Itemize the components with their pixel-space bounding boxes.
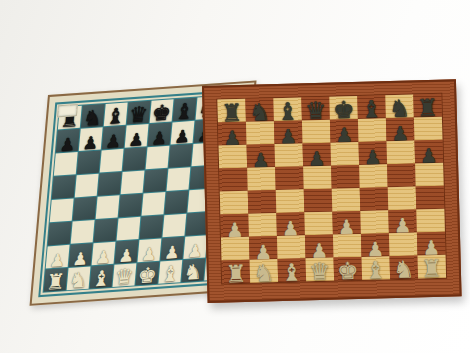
square-e4 [142,192,166,216]
square-e2 [333,234,362,258]
square-b4 [73,197,97,221]
square-b1: ♞ [250,259,279,283]
square-e8: ♚ [329,96,358,120]
square-a4 [220,191,249,215]
square-h7 [414,117,443,141]
square-h4 [416,186,445,210]
square-d4 [119,194,143,218]
square-c5 [275,166,304,190]
white-knight: ♞ [66,269,90,292]
square-f6 [169,144,193,168]
square-e7: ♟ [148,122,172,146]
square-f1: ♝ [158,260,182,284]
square-d1: ♛ [113,263,137,287]
square-d1: ♛ [306,258,335,282]
square-d6: ♟ [303,143,332,167]
square-c3 [94,218,118,242]
square-d2: ♟ [305,235,334,259]
square-d7 [302,120,331,144]
square-g1: ♞ [390,255,419,279]
square-f4 [360,187,389,211]
square-f1: ♝ [362,256,391,280]
square-f5 [167,167,191,191]
square-g2: ♟ [183,235,207,259]
square-d4 [304,189,333,213]
square-d8: ♛ [127,101,151,125]
square-d2: ♟ [115,240,139,264]
square-b2: ♟ [249,236,278,260]
square-b3 [71,220,95,244]
square-b4 [248,190,277,214]
square-g5 [387,163,416,187]
square-e1: ♚ [135,262,159,286]
square-g6 [387,140,416,164]
square-e3 [140,215,164,239]
square-e6 [331,142,360,166]
square-f4 [164,190,188,214]
square-f7 [358,118,387,142]
square-b7 [246,121,275,145]
square-d6 [123,147,147,171]
square-h3 [416,209,445,233]
square-a1: ♜ [222,260,251,284]
wooden-board-frame: ♜♞♝♛♚♝♞♜♟♟♟♟♟♟♟♟♟♟♟♟♟♟♟♟♜♞♝♛♚♝♞♜ [202,79,462,303]
square-f6: ♟ [359,141,388,165]
square-e8: ♚ [150,99,174,123]
square-c2: ♟ [92,242,116,266]
square-e5 [331,165,360,189]
square-e2: ♟ [137,238,161,262]
square-d3 [117,217,141,241]
square-a3 [48,222,72,246]
square-c1: ♝ [278,258,307,282]
wooden-board-grid: ♜♞♝♛♚♝♞♜♟♟♟♟♟♟♟♟♟♟♟♟♟♟♟♟♜♞♝♛♚♝♞♜ [216,93,447,285]
square-g7: ♟ [386,117,415,141]
square-b7: ♟ [79,127,103,151]
square-f7: ♟ [171,121,195,145]
white-rook: ♜ [418,258,447,281]
square-c4 [276,189,305,213]
wooden-chessboard: ♜♞♝♛♚♝♞♜♟♟♟♟♟♟♟♟♟♟♟♟♟♟♟♟♜♞♝♛♚♝♞♜ [202,79,462,303]
white-knight: ♞ [250,262,279,285]
photo-backdrop: ♜♞♝♛♚♝♞♜♟♟♟♟♟♟♟♟♟♟♟♟♟♟♟♟♜♞♝♛♚♝♞♜ ♜♞♝♛♚♝♞… [0,0,470,353]
square-c7: ♟ [102,126,126,150]
square-b2: ♟ [69,243,93,267]
white-king: ♚ [334,260,363,283]
square-d7: ♟ [125,124,149,148]
white-queen: ♛ [306,261,335,284]
square-c3: ♟ [276,212,305,236]
square-f2: ♟ [361,233,390,257]
square-b3 [248,213,277,237]
square-h8: ♜ [413,94,442,118]
square-d3 [304,212,333,236]
white-bishop: ♝ [362,259,391,282]
square-h5 [415,163,444,187]
square-c4 [96,195,120,219]
square-b8: ♞ [81,104,105,128]
square-d5 [303,166,332,190]
square-d5 [121,170,145,194]
white-queen: ♛ [112,266,136,289]
square-a5 [219,168,248,192]
square-f5 [359,164,388,188]
white-bishop: ♝ [89,268,113,291]
square-b6: ♟ [247,144,276,168]
square-f8: ♝ [173,98,197,122]
square-b6 [77,150,101,174]
square-a5 [52,175,76,199]
square-c6 [275,143,304,167]
square-b5 [75,174,99,198]
white-bishop: ♝ [158,263,182,286]
square-e1: ♚ [334,257,363,281]
square-a2 [221,237,250,261]
square-f3 [360,210,389,234]
square-e5 [144,169,168,193]
square-e7: ♟ [330,119,359,143]
square-a7: ♟ [56,129,80,153]
square-c2 [277,235,306,259]
square-e6 [146,146,170,170]
square-f2: ♟ [160,237,184,261]
square-a1: ♜ [44,268,68,292]
square-g2 [389,232,418,256]
white-knight: ♞ [390,258,419,281]
square-d8: ♛ [301,97,330,121]
white-rook: ♜ [222,263,251,286]
square-g1: ♞ [181,258,205,282]
white-king: ♚ [135,265,159,288]
square-c7: ♟ [274,120,303,144]
square-a2: ♟ [46,245,70,269]
white-rook: ♜ [43,271,67,294]
white-bishop: ♝ [278,261,307,284]
square-h6: ♟ [414,140,443,164]
square-e3: ♟ [332,211,361,235]
square-c8: ♝ [273,97,302,121]
square-c8: ♝ [104,102,128,126]
square-a6 [219,145,248,169]
square-c6 [100,149,124,173]
square-b5 [247,167,276,191]
square-a4 [50,198,74,222]
square-c5 [98,172,122,196]
maker-label [57,104,78,117]
square-a7: ♟ [218,122,247,146]
square-e4 [332,188,361,212]
square-a3: ♟ [220,214,249,238]
square-a8: ♜ [217,99,246,123]
square-h2: ♟ [417,232,446,256]
square-b8: ♞ [245,98,274,122]
square-g3: ♟ [388,209,417,233]
square-f8: ♝ [357,95,386,119]
square-g8: ♞ [385,94,414,118]
white-knight: ♞ [181,261,205,284]
square-g4 [388,186,417,210]
square-f3 [162,214,186,238]
square-a6 [54,152,78,176]
square-h1: ♜ [418,255,447,279]
square-c1: ♝ [90,265,114,289]
square-b1: ♞ [67,266,91,290]
